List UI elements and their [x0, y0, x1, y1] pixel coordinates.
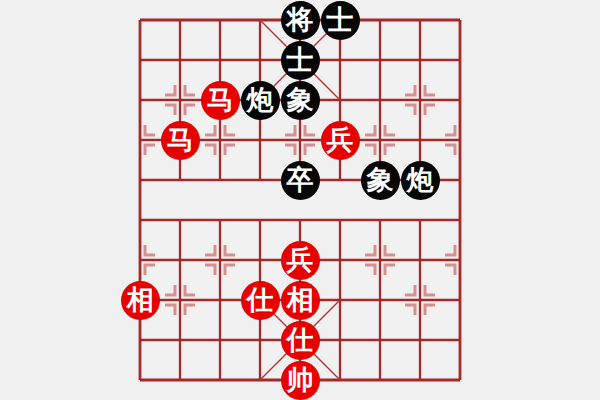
piece-red-horse[interactable]: 马 [161, 121, 200, 160]
piece-black-cannon[interactable]: 炮 [241, 81, 280, 120]
piece-red-elephant[interactable]: 相 [121, 281, 160, 320]
piece-red-horse[interactable]: 马 [201, 81, 240, 120]
piece-red-advisor[interactable]: 仕 [281, 321, 320, 360]
piece-red-soldier[interactable]: 兵 [281, 241, 320, 280]
piece-red-advisor[interactable]: 仕 [241, 281, 280, 320]
piece-black-advisor[interactable]: 士 [321, 1, 360, 40]
piece-black-cannon[interactable]: 炮 [401, 161, 440, 200]
piece-red-elephant[interactable]: 相 [281, 281, 320, 320]
piece-black-elephant[interactable]: 象 [361, 161, 400, 200]
piece-black-soldier[interactable]: 卒 [281, 161, 320, 200]
pieces-layer: 将士士炮象卒象炮马马兵兵相仕相仕帅 [0, 0, 600, 400]
piece-black-advisor[interactable]: 士 [281, 41, 320, 80]
piece-red-soldier[interactable]: 兵 [321, 121, 360, 160]
xiangqi-screen: 将士士炮象卒象炮马马兵兵相仕相仕帅 [0, 0, 600, 400]
piece-black-general[interactable]: 将 [281, 1, 320, 40]
piece-red-general[interactable]: 帅 [281, 361, 320, 400]
piece-black-elephant[interactable]: 象 [281, 81, 320, 120]
